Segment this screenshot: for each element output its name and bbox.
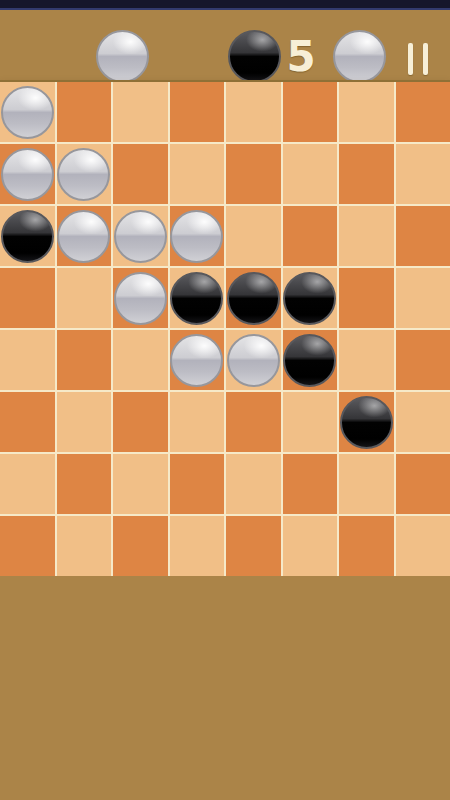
- board-cell[interactable]: [226, 82, 281, 142]
- board-cell[interactable]: [226, 392, 281, 452]
- board-cell[interactable]: [226, 516, 281, 576]
- game-screen: 5: [0, 0, 450, 800]
- board-cell[interactable]: [226, 330, 281, 390]
- board-cell[interactable]: [170, 82, 225, 142]
- board-cell[interactable]: [113, 268, 168, 328]
- pause-button[interactable]: [398, 36, 438, 80]
- board-cell[interactable]: [0, 206, 55, 266]
- white-stone: [57, 210, 110, 263]
- board-cell[interactable]: [0, 392, 55, 452]
- white-stone: [170, 210, 223, 263]
- board-cell[interactable]: [0, 516, 55, 576]
- board-cell[interactable]: [396, 330, 450, 390]
- board-cell[interactable]: [339, 82, 394, 142]
- board-grid: [0, 82, 450, 576]
- black-stone: [227, 272, 280, 325]
- board-cell[interactable]: [170, 454, 225, 514]
- board-cell[interactable]: [283, 82, 338, 142]
- board-cell[interactable]: [339, 206, 394, 266]
- board-cell[interactable]: [170, 144, 225, 204]
- black-stone: [1, 210, 54, 263]
- white-stone: [114, 210, 167, 263]
- board-cell[interactable]: [283, 516, 338, 576]
- board-cell[interactable]: [339, 454, 394, 514]
- board-cell[interactable]: [170, 392, 225, 452]
- board-cell[interactable]: [57, 206, 112, 266]
- board-cell[interactable]: [0, 330, 55, 390]
- board-cell[interactable]: [396, 268, 450, 328]
- board-cell[interactable]: [0, 454, 55, 514]
- black-counter-value: 5: [286, 34, 316, 80]
- board-cell[interactable]: [57, 330, 112, 390]
- board-cell[interactable]: [170, 330, 225, 390]
- board-cell[interactable]: [283, 206, 338, 266]
- footer-area: [0, 576, 450, 800]
- white-counter-stone: [333, 30, 386, 83]
- board-cell[interactable]: [396, 82, 450, 142]
- board-cell[interactable]: [226, 268, 281, 328]
- white-stone: [57, 148, 110, 201]
- board-cell[interactable]: [339, 392, 394, 452]
- board-cell[interactable]: [170, 268, 225, 328]
- black-stone: [283, 334, 336, 387]
- board-cell[interactable]: [396, 206, 450, 266]
- board-cell[interactable]: [57, 454, 112, 514]
- white-turn-indicator-stone: [96, 30, 149, 83]
- board-cell[interactable]: [113, 144, 168, 204]
- board-cell[interactable]: [57, 392, 112, 452]
- board-cell[interactable]: [113, 454, 168, 514]
- black-stone: [170, 272, 223, 325]
- board-cell[interactable]: [396, 516, 450, 576]
- board-cell[interactable]: [396, 392, 450, 452]
- white-stone: [170, 334, 223, 387]
- black-stone: [283, 272, 336, 325]
- black-stone: [340, 396, 393, 449]
- board-cell[interactable]: [396, 144, 450, 204]
- board-cell[interactable]: [396, 454, 450, 514]
- board-cell[interactable]: [226, 206, 281, 266]
- board-cell[interactable]: [113, 82, 168, 142]
- game-board: [0, 80, 450, 576]
- white-stone: [227, 334, 280, 387]
- white-stone: [1, 86, 54, 139]
- board-cell[interactable]: [283, 144, 338, 204]
- status-bar: [0, 0, 450, 10]
- board-cell[interactable]: [339, 268, 394, 328]
- board-cell[interactable]: [226, 454, 281, 514]
- board-cell[interactable]: [0, 144, 55, 204]
- board-cell[interactable]: [57, 268, 112, 328]
- black-counter-stone: [228, 30, 281, 83]
- board-cell[interactable]: [339, 144, 394, 204]
- board-cell[interactable]: [113, 392, 168, 452]
- pause-icon: [404, 43, 432, 75]
- board-cell[interactable]: [57, 144, 112, 204]
- game-header: 5: [0, 10, 450, 80]
- board-cell[interactable]: [113, 206, 168, 266]
- board-cell[interactable]: [57, 516, 112, 576]
- white-stone: [1, 148, 54, 201]
- board-cell[interactable]: [0, 268, 55, 328]
- white-stone: [114, 272, 167, 325]
- board-cell[interactable]: [170, 516, 225, 576]
- board-cell[interactable]: [283, 454, 338, 514]
- board-cell[interactable]: [283, 268, 338, 328]
- board-cell[interactable]: [170, 206, 225, 266]
- board-cell[interactable]: [283, 392, 338, 452]
- board-cell[interactable]: [113, 330, 168, 390]
- board-cell[interactable]: [283, 330, 338, 390]
- board-cell[interactable]: [339, 330, 394, 390]
- board-cell[interactable]: [226, 144, 281, 204]
- board-cell[interactable]: [57, 82, 112, 142]
- board-cell[interactable]: [113, 516, 168, 576]
- board-cell[interactable]: [339, 516, 394, 576]
- board-cell[interactable]: [0, 82, 55, 142]
